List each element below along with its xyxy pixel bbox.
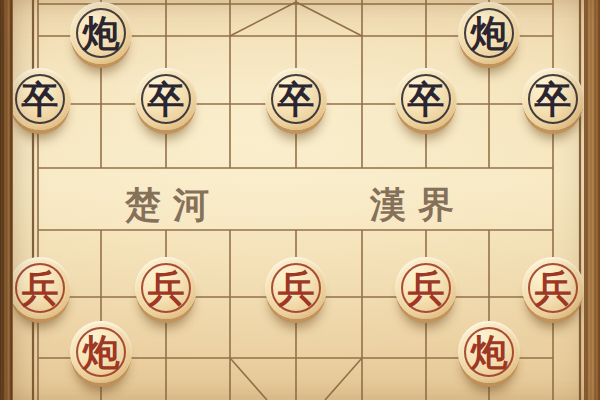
piece-black-soldier[interactable]: 卒 bbox=[135, 68, 197, 130]
piece-black-cannon[interactable]: 炮 bbox=[458, 2, 520, 64]
piece-black-soldier[interactable]: 卒 bbox=[265, 68, 327, 130]
piece-black-soldier[interactable]: 卒 bbox=[395, 68, 457, 130]
piece-red-soldier[interactable]: 兵 bbox=[135, 257, 197, 319]
river-label-chu-he: 楚河 bbox=[118, 183, 228, 225]
piece-red-soldier[interactable]: 兵 bbox=[9, 257, 71, 319]
board-frame-left bbox=[0, 0, 13, 400]
piece-red-soldier[interactable]: 兵 bbox=[522, 257, 584, 319]
piece-glyph: 兵 bbox=[408, 270, 445, 307]
piece-red-cannon[interactable]: 炮 bbox=[70, 321, 132, 383]
piece-glyph: 兵 bbox=[278, 270, 315, 307]
piece-glyph: 兵 bbox=[148, 270, 185, 307]
piece-glyph: 兵 bbox=[535, 270, 572, 307]
piece-glyph: 卒 bbox=[408, 81, 445, 118]
piece-glyph: 卒 bbox=[535, 81, 572, 118]
piece-glyph: 兵 bbox=[22, 270, 59, 307]
piece-red-soldier[interactable]: 兵 bbox=[395, 257, 457, 319]
piece-glyph: 卒 bbox=[278, 81, 315, 118]
piece-glyph: 炮 bbox=[83, 15, 120, 52]
board-frame-right bbox=[584, 0, 600, 400]
piece-red-cannon[interactable]: 炮 bbox=[458, 321, 520, 383]
piece-red-soldier[interactable]: 兵 bbox=[265, 257, 327, 319]
piece-glyph: 炮 bbox=[471, 334, 508, 371]
piece-glyph: 卒 bbox=[148, 81, 185, 118]
river-label-han-jie: 漢界 bbox=[363, 183, 473, 225]
piece-glyph: 炮 bbox=[471, 15, 508, 52]
piece-glyph: 卒 bbox=[22, 81, 59, 118]
piece-black-cannon[interactable]: 炮 bbox=[70, 2, 132, 64]
piece-glyph: 炮 bbox=[83, 334, 120, 371]
piece-black-soldier[interactable]: 卒 bbox=[9, 68, 71, 130]
xiangqi-board: 楚河 漢界 炮炮卒卒卒卒卒兵兵兵兵兵炮炮 bbox=[0, 0, 600, 400]
piece-black-soldier[interactable]: 卒 bbox=[522, 68, 584, 130]
